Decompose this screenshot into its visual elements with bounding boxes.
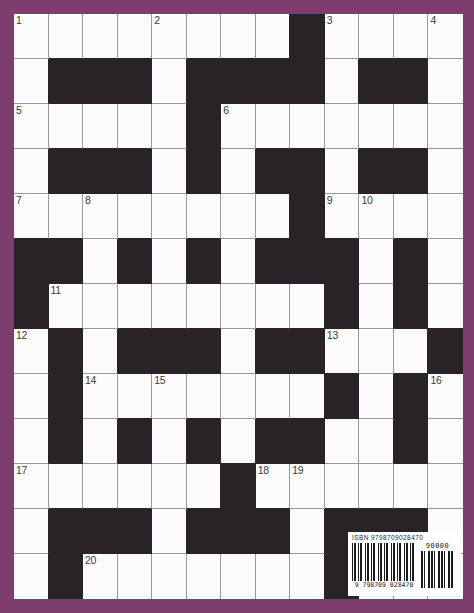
clue-number-1: 1 bbox=[16, 15, 22, 26]
cell-r10c4[interactable] bbox=[152, 464, 187, 509]
cell-r7c3-block bbox=[118, 329, 153, 374]
cell-r9c11-block bbox=[394, 419, 429, 464]
cell-r6c4[interactable] bbox=[152, 284, 187, 329]
cell-r3c2-block bbox=[83, 149, 118, 194]
cell-r1c12[interactable] bbox=[428, 59, 463, 104]
cell-r2c1[interactable] bbox=[49, 104, 84, 149]
clue-number-2: 2 bbox=[154, 15, 160, 26]
cell-r7c7-block bbox=[256, 329, 291, 374]
clue-number-16: 16 bbox=[430, 375, 441, 386]
cell-r4c10[interactable]: 10 bbox=[359, 194, 394, 239]
cell-r4c9[interactable]: 9 bbox=[325, 194, 360, 239]
cell-r3c4[interactable] bbox=[152, 149, 187, 194]
clue-number-4: 4 bbox=[430, 15, 436, 26]
cell-r8c4[interactable]: 15 bbox=[152, 374, 187, 419]
cell-r6c3[interactable] bbox=[118, 284, 153, 329]
cell-r11c8[interactable] bbox=[290, 509, 325, 554]
barcode-addon-bars-icon bbox=[421, 551, 454, 588]
cell-r1c3-block bbox=[118, 59, 153, 104]
cell-r10c11[interactable] bbox=[394, 464, 429, 509]
cell-r11c2-block bbox=[83, 509, 118, 554]
cell-r3c11-block bbox=[394, 149, 429, 194]
clue-number-3: 3 bbox=[327, 15, 333, 26]
cell-r10c3[interactable] bbox=[118, 464, 153, 509]
cell-r5c5-block bbox=[187, 239, 222, 284]
clue-number-17: 17 bbox=[16, 465, 27, 476]
cell-r4c1[interactable] bbox=[49, 194, 84, 239]
cell-r2c0[interactable]: 5 bbox=[14, 104, 49, 149]
cell-r12c6[interactable] bbox=[221, 554, 256, 599]
cell-r12c7[interactable] bbox=[256, 554, 291, 599]
cell-r6c8[interactable] bbox=[290, 284, 325, 329]
cell-r3c10-block bbox=[359, 149, 394, 194]
cell-r12c1-block bbox=[49, 554, 84, 599]
cell-r12c2[interactable]: 20 bbox=[83, 554, 118, 599]
cell-r1c7-block bbox=[256, 59, 291, 104]
cell-r6c12[interactable] bbox=[428, 284, 463, 329]
cell-r6c1[interactable]: 11 bbox=[49, 284, 84, 329]
cell-r11c7-block bbox=[256, 509, 291, 554]
cell-r5c0-block bbox=[14, 239, 49, 284]
cell-r12c8[interactable] bbox=[290, 554, 325, 599]
cell-r6c9-block bbox=[325, 284, 360, 329]
cell-r7c4-block bbox=[152, 329, 187, 374]
cell-r9c4[interactable] bbox=[152, 419, 187, 464]
cell-r11c1-block bbox=[49, 509, 84, 554]
cell-r4c8-block bbox=[290, 194, 325, 239]
clue-number-14: 14 bbox=[85, 375, 96, 386]
cell-r4c0[interactable]: 7 bbox=[14, 194, 49, 239]
cell-r5c6[interactable] bbox=[221, 239, 256, 284]
cell-r4c4[interactable] bbox=[152, 194, 187, 239]
cell-r7c0[interactable]: 12 bbox=[14, 329, 49, 374]
isbn-digits: 9 798709 028470 bbox=[352, 581, 416, 589]
cell-r9c7-block bbox=[256, 419, 291, 464]
cell-r8c11-block bbox=[394, 374, 429, 419]
cell-r1c0[interactable] bbox=[14, 59, 49, 104]
cell-r3c12[interactable] bbox=[428, 149, 463, 194]
cell-r10c10[interactable] bbox=[359, 464, 394, 509]
cell-r1c8-block bbox=[290, 59, 325, 104]
barcode-addon-text: 90000 bbox=[421, 543, 454, 550]
cell-r8c12[interactable]: 16 bbox=[428, 374, 463, 419]
cell-r11c0[interactable] bbox=[14, 509, 49, 554]
cell-r6c11-block bbox=[394, 284, 429, 329]
cell-r0c5[interactable] bbox=[187, 14, 222, 59]
cell-r3c8-block bbox=[290, 149, 325, 194]
cell-r9c3-block bbox=[118, 419, 153, 464]
cell-r0c8-block bbox=[290, 14, 325, 59]
cell-r2c2[interactable] bbox=[83, 104, 118, 149]
cell-r5c3-block bbox=[118, 239, 153, 284]
isbn-barcode: ISBN 9798709028470 9 798709 028470 90000 bbox=[348, 532, 461, 596]
cell-r4c11[interactable] bbox=[394, 194, 429, 239]
cell-r2c9[interactable] bbox=[325, 104, 360, 149]
cell-r3c1-block bbox=[49, 149, 84, 194]
cell-r8c1-block bbox=[49, 374, 84, 419]
cell-r7c1-block bbox=[49, 329, 84, 374]
cell-r8c2[interactable]: 14 bbox=[83, 374, 118, 419]
cell-r12c0[interactable] bbox=[14, 554, 49, 599]
cell-r2c8[interactable] bbox=[290, 104, 325, 149]
cell-r8c6[interactable] bbox=[221, 374, 256, 419]
cell-r6c0-block bbox=[14, 284, 49, 329]
cell-r7c11[interactable] bbox=[394, 329, 429, 374]
cell-r7c10[interactable] bbox=[359, 329, 394, 374]
cell-r5c8-block bbox=[290, 239, 325, 284]
cell-r7c9[interactable]: 13 bbox=[325, 329, 360, 374]
cell-r9c12[interactable] bbox=[428, 419, 463, 464]
cell-r5c10[interactable] bbox=[359, 239, 394, 284]
clue-number-5: 5 bbox=[16, 105, 22, 116]
cell-r1c4[interactable] bbox=[152, 59, 187, 104]
cell-r2c6[interactable]: 6 bbox=[221, 104, 256, 149]
cell-r12c4[interactable] bbox=[152, 554, 187, 599]
clue-number-18: 18 bbox=[258, 465, 269, 476]
cell-r1c11-block bbox=[394, 59, 429, 104]
cell-r11c6-block bbox=[221, 509, 256, 554]
barcode-main-column: 9 798709 028470 bbox=[352, 543, 416, 589]
clue-number-7: 7 bbox=[16, 195, 22, 206]
cell-r12c5[interactable] bbox=[187, 554, 222, 599]
clue-number-12: 12 bbox=[16, 330, 27, 341]
cell-r11c3-block bbox=[118, 509, 153, 554]
crossword-grid: 1234567891011121314151617181920 bbox=[14, 14, 463, 599]
cell-r11c4[interactable] bbox=[152, 509, 187, 554]
book-back-cover: 1234567891011121314151617181920 ISBN 979… bbox=[0, 0, 474, 613]
cell-r9c1-block bbox=[49, 419, 84, 464]
cell-r10c1[interactable] bbox=[49, 464, 84, 509]
cell-r0c9[interactable]: 3 bbox=[325, 14, 360, 59]
cell-r6c5[interactable] bbox=[187, 284, 222, 329]
cell-r0c7[interactable] bbox=[256, 14, 291, 59]
cell-r5c1-block bbox=[49, 239, 84, 284]
cell-r5c7-block bbox=[256, 239, 291, 284]
clue-number-20: 20 bbox=[85, 555, 96, 566]
cell-r2c12[interactable] bbox=[428, 104, 463, 149]
cell-r8c8[interactable] bbox=[290, 374, 325, 419]
cell-r5c4[interactable] bbox=[152, 239, 187, 284]
clue-number-6: 6 bbox=[223, 105, 229, 116]
cell-r3c0[interactable] bbox=[14, 149, 49, 194]
cell-r7c2[interactable] bbox=[83, 329, 118, 374]
cell-r4c3[interactable] bbox=[118, 194, 153, 239]
cell-r6c10[interactable] bbox=[359, 284, 394, 329]
cell-r8c5[interactable] bbox=[187, 374, 222, 419]
cell-r0c0[interactable]: 1 bbox=[14, 14, 49, 59]
barcode-addon-column: 90000 bbox=[421, 543, 454, 589]
cell-r7c12-block bbox=[428, 329, 463, 374]
isbn-text: ISBN 9798709028470 bbox=[352, 534, 457, 541]
clue-number-11: 11 bbox=[51, 285, 61, 296]
cell-r0c2[interactable] bbox=[83, 14, 118, 59]
cell-r1c10-block bbox=[359, 59, 394, 104]
cell-r8c7[interactable] bbox=[256, 374, 291, 419]
cell-r6c6[interactable] bbox=[221, 284, 256, 329]
cell-r12c3[interactable] bbox=[118, 554, 153, 599]
cell-r8c3[interactable] bbox=[118, 374, 153, 419]
cell-r4c7[interactable] bbox=[256, 194, 291, 239]
cell-r9c0[interactable] bbox=[14, 419, 49, 464]
cell-r2c11[interactable] bbox=[394, 104, 429, 149]
cell-r0c3[interactable] bbox=[118, 14, 153, 59]
cell-r8c10[interactable] bbox=[359, 374, 394, 419]
cell-r0c12[interactable]: 4 bbox=[428, 14, 463, 59]
clue-number-8: 8 bbox=[85, 195, 91, 206]
cell-r3c6[interactable] bbox=[221, 149, 256, 194]
cell-r8c0[interactable] bbox=[14, 374, 49, 419]
cell-r4c2[interactable]: 8 bbox=[83, 194, 118, 239]
cell-r10c7[interactable]: 18 bbox=[256, 464, 291, 509]
cell-r9c9[interactable] bbox=[325, 419, 360, 464]
cell-r8c9-block bbox=[325, 374, 360, 419]
cell-r0c10[interactable] bbox=[359, 14, 394, 59]
cell-r1c9[interactable] bbox=[325, 59, 360, 104]
cell-r2c3[interactable] bbox=[118, 104, 153, 149]
cell-r6c7[interactable] bbox=[256, 284, 291, 329]
cell-r1c6-block bbox=[221, 59, 256, 104]
cell-r9c6[interactable] bbox=[221, 419, 256, 464]
clue-number-9: 9 bbox=[327, 195, 333, 206]
cell-r0c1[interactable] bbox=[49, 14, 84, 59]
cell-r9c10[interactable] bbox=[359, 419, 394, 464]
cell-r0c4[interactable]: 2 bbox=[152, 14, 187, 59]
cell-r4c12[interactable] bbox=[428, 194, 463, 239]
cell-r6c2[interactable] bbox=[83, 284, 118, 329]
clue-number-10: 10 bbox=[361, 195, 372, 206]
cell-r11c5-block bbox=[187, 509, 222, 554]
cell-r2c5-block bbox=[187, 104, 222, 149]
cell-r1c1-block bbox=[49, 59, 84, 104]
barcode-bars-icon bbox=[352, 543, 416, 581]
cell-r10c2[interactable] bbox=[83, 464, 118, 509]
cell-r3c3-block bbox=[118, 149, 153, 194]
cell-r10c5[interactable] bbox=[187, 464, 222, 509]
cell-r3c9[interactable] bbox=[325, 149, 360, 194]
cell-r9c2[interactable] bbox=[83, 419, 118, 464]
cell-r10c12[interactable] bbox=[428, 464, 463, 509]
cell-r4c5[interactable] bbox=[187, 194, 222, 239]
cell-r0c11[interactable] bbox=[394, 14, 429, 59]
barcode-bars-row: 9 798709 028470 90000 bbox=[352, 543, 457, 589]
cell-r9c5-block bbox=[187, 419, 222, 464]
clue-number-13: 13 bbox=[327, 330, 338, 341]
cell-r2c10[interactable] bbox=[359, 104, 394, 149]
cell-r0c6[interactable] bbox=[221, 14, 256, 59]
clue-number-19: 19 bbox=[292, 465, 303, 476]
cell-r10c8[interactable]: 19 bbox=[290, 464, 325, 509]
cell-r2c4[interactable] bbox=[152, 104, 187, 149]
cell-r7c8-block bbox=[290, 329, 325, 374]
cell-r9c8-block bbox=[290, 419, 325, 464]
cell-r7c5-block bbox=[187, 329, 222, 374]
cell-r1c2-block bbox=[83, 59, 118, 104]
cell-r2c7[interactable] bbox=[256, 104, 291, 149]
cell-r10c6-block bbox=[221, 464, 256, 509]
cell-r5c9-block bbox=[325, 239, 360, 284]
cell-r5c2[interactable] bbox=[83, 239, 118, 284]
cell-r3c7-block bbox=[256, 149, 291, 194]
cell-r7c6[interactable] bbox=[221, 329, 256, 374]
cell-r10c9[interactable] bbox=[325, 464, 360, 509]
clue-number-15: 15 bbox=[154, 375, 165, 386]
cell-r5c11-block bbox=[394, 239, 429, 284]
cell-r4c6[interactable] bbox=[221, 194, 256, 239]
cell-r5c12[interactable] bbox=[428, 239, 463, 284]
cell-r3c5-block bbox=[187, 149, 222, 194]
cell-r1c5-block bbox=[187, 59, 222, 104]
cell-r10c0[interactable]: 17 bbox=[14, 464, 49, 509]
